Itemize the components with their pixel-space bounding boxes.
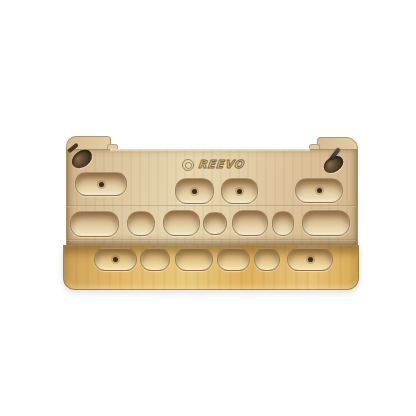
- pocket-bottom-4: [217, 248, 250, 271]
- logo-text: REEVO: [197, 158, 245, 171]
- pocket-bottom-2: [140, 248, 170, 271]
- panel-seam-upper: [66, 205, 356, 207]
- pocket-middle-7: [302, 210, 350, 236]
- screw-hole: [237, 189, 242, 194]
- pocket-bottom-5: [254, 248, 280, 271]
- pocket-top-2: [175, 178, 214, 204]
- pocket-middle-6: [272, 211, 294, 236]
- pocket-middle-5: [232, 210, 268, 236]
- hangboard-photo: REEVO: [0, 0, 416, 416]
- pocket-bottom-1: [94, 248, 137, 271]
- screw-hole: [113, 257, 118, 262]
- screw-hole: [99, 182, 104, 187]
- pocket-middle-3: [163, 210, 200, 236]
- panel-seam-lower: [66, 239, 356, 241]
- pocket-top-4: [295, 178, 343, 203]
- logo-mark-icon: [182, 159, 194, 171]
- pocket-bottom-3: [175, 248, 213, 271]
- top-edge-chamfer: [110, 149, 310, 152]
- pocket-top-3: [221, 178, 258, 204]
- pocket-middle-4: [203, 212, 227, 235]
- pocket-middle-1: [70, 211, 119, 237]
- screw-hole: [317, 188, 322, 193]
- screw-hole: [192, 189, 197, 194]
- brand-logo: REEVO: [182, 158, 244, 171]
- pocket-top-1: [75, 172, 127, 196]
- screw-hole: [308, 257, 313, 262]
- pocket-middle-2: [127, 211, 155, 236]
- pocket-bottom-6: [287, 248, 333, 271]
